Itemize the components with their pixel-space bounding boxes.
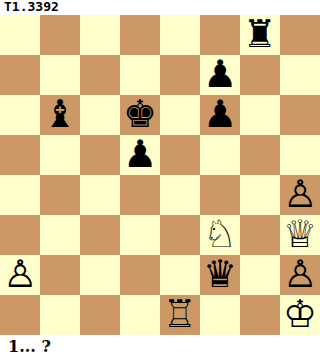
square-d4[interactable] (120, 175, 160, 215)
square-e7[interactable] (160, 55, 200, 95)
square-f2[interactable]: ♛ (200, 255, 240, 295)
square-h3[interactable]: ♕ (280, 215, 320, 255)
square-h1[interactable]: ♔ (280, 295, 320, 335)
square-c7[interactable] (80, 55, 120, 95)
white-rook-e1: ♖ (163, 294, 197, 334)
square-f6[interactable]: ♟ (200, 95, 240, 135)
square-a4[interactable] (0, 175, 40, 215)
square-e3[interactable] (160, 215, 200, 255)
white-king-h1: ♔ (283, 294, 317, 334)
black-pawn-f7: ♟ (203, 54, 237, 94)
square-g2[interactable] (240, 255, 280, 295)
black-king-d6: ♚ (123, 94, 157, 134)
black-queen-f2: ♛ (203, 254, 237, 294)
square-c3[interactable] (80, 215, 120, 255)
square-d5[interactable]: ♟ (120, 135, 160, 175)
square-f5[interactable] (200, 135, 240, 175)
square-a1[interactable] (0, 295, 40, 335)
square-c1[interactable] (80, 295, 120, 335)
square-e1[interactable]: ♖ (160, 295, 200, 335)
square-d1[interactable] (120, 295, 160, 335)
white-knight-f3: ♘ (203, 214, 237, 254)
square-b3[interactable] (40, 215, 80, 255)
square-b4[interactable] (40, 175, 80, 215)
square-d6[interactable]: ♚ (120, 95, 160, 135)
square-a6[interactable] (0, 95, 40, 135)
square-b8[interactable] (40, 15, 80, 55)
square-g3[interactable] (240, 215, 280, 255)
square-f8[interactable] (200, 15, 240, 55)
square-b5[interactable] (40, 135, 80, 175)
square-c2[interactable] (80, 255, 120, 295)
move-prompt-label: 1... ? (0, 335, 320, 360)
black-pawn-d5: ♟ (123, 134, 157, 174)
square-d2[interactable] (120, 255, 160, 295)
square-a8[interactable] (0, 15, 40, 55)
square-g1[interactable] (240, 295, 280, 335)
square-h8[interactable] (280, 15, 320, 55)
square-h7[interactable] (280, 55, 320, 95)
black-rook-g8: ♜ (243, 14, 277, 54)
square-d3[interactable] (120, 215, 160, 255)
square-e8[interactable] (160, 15, 200, 55)
square-g7[interactable] (240, 55, 280, 95)
square-e6[interactable] (160, 95, 200, 135)
square-c8[interactable] (80, 15, 120, 55)
square-f4[interactable] (200, 175, 240, 215)
square-d8[interactable] (120, 15, 160, 55)
square-c6[interactable] (80, 95, 120, 135)
square-g8[interactable]: ♜ (240, 15, 280, 55)
white-queen-h3: ♕ (283, 214, 317, 254)
square-f7[interactable]: ♟ (200, 55, 240, 95)
square-a2[interactable]: ♙ (0, 255, 40, 295)
square-b7[interactable] (40, 55, 80, 95)
square-a7[interactable] (0, 55, 40, 95)
square-b2[interactable] (40, 255, 80, 295)
square-g6[interactable] (240, 95, 280, 135)
black-bishop-b6: ♝ (43, 94, 77, 134)
white-pawn-a2: ♙ (3, 254, 37, 294)
chess-puzzle-page: T1.3392 ♜♟♝♚♟♟♙♘♕♙♛♙♖♔ 1... ? (0, 0, 320, 360)
square-h6[interactable] (280, 95, 320, 135)
square-b1[interactable] (40, 295, 80, 335)
black-pawn-f6: ♟ (203, 94, 237, 134)
square-c5[interactable] (80, 135, 120, 175)
square-h4[interactable]: ♙ (280, 175, 320, 215)
white-pawn-h4: ♙ (283, 174, 317, 214)
square-f3[interactable]: ♘ (200, 215, 240, 255)
square-g4[interactable] (240, 175, 280, 215)
square-e5[interactable] (160, 135, 200, 175)
square-f1[interactable] (200, 295, 240, 335)
square-d7[interactable] (120, 55, 160, 95)
square-e4[interactable] (160, 175, 200, 215)
square-h2[interactable]: ♙ (280, 255, 320, 295)
square-a3[interactable] (0, 215, 40, 255)
square-g5[interactable] (240, 135, 280, 175)
white-pawn-h2: ♙ (283, 254, 317, 294)
chess-board: ♜♟♝♚♟♟♙♘♕♙♛♙♖♔ (0, 15, 320, 335)
square-a5[interactable] (0, 135, 40, 175)
square-e2[interactable] (160, 255, 200, 295)
square-b6[interactable]: ♝ (40, 95, 80, 135)
square-h5[interactable] (280, 135, 320, 175)
square-c4[interactable] (80, 175, 120, 215)
